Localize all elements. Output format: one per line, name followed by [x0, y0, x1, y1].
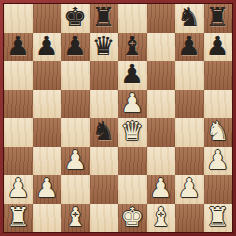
- square-a4[interactable]: [4, 118, 33, 147]
- square-a7[interactable]: ♟: [4, 33, 33, 62]
- square-c1[interactable]: ♝: [61, 204, 90, 233]
- square-f4[interactable]: [147, 118, 176, 147]
- black-pawn[interactable]: ♟: [178, 33, 201, 60]
- black-pawn[interactable]: ♟: [206, 33, 229, 60]
- square-a8[interactable]: [4, 4, 33, 33]
- square-g6[interactable]: [175, 61, 204, 90]
- square-a5[interactable]: [4, 90, 33, 119]
- square-c7[interactable]: ♟: [61, 33, 90, 62]
- chess-board[interactable]: ♚♜♞♜♟♟♟♛♝♟♟♟♟♞♛♞♟♟♟♟♟♟♜♝♚♝♜: [3, 3, 233, 233]
- black-queen[interactable]: ♛: [92, 33, 115, 60]
- white-knight[interactable]: ♞: [206, 118, 229, 145]
- square-f2[interactable]: ♟: [147, 175, 176, 204]
- square-c2[interactable]: [61, 175, 90, 204]
- black-king[interactable]: ♚: [64, 4, 87, 31]
- square-g7[interactable]: ♟: [175, 33, 204, 62]
- square-h4[interactable]: ♞: [204, 118, 233, 147]
- black-pawn[interactable]: ♟: [7, 33, 30, 60]
- black-rook[interactable]: ♜: [92, 4, 115, 31]
- white-rook[interactable]: ♜: [206, 204, 229, 231]
- square-d4[interactable]: ♞: [90, 118, 119, 147]
- white-pawn[interactable]: ♟: [35, 175, 58, 202]
- square-g3[interactable]: [175, 147, 204, 176]
- square-f6[interactable]: [147, 61, 176, 90]
- square-d5[interactable]: [90, 90, 119, 119]
- black-pawn[interactable]: ♟: [35, 33, 58, 60]
- square-e5[interactable]: ♟: [118, 90, 147, 119]
- square-a1[interactable]: ♜: [4, 204, 33, 233]
- white-bishop[interactable]: ♝: [64, 204, 87, 231]
- white-bishop[interactable]: ♝: [149, 204, 172, 231]
- square-f1[interactable]: ♝: [147, 204, 176, 233]
- square-e8[interactable]: [118, 4, 147, 33]
- square-a6[interactable]: [4, 61, 33, 90]
- square-d7[interactable]: ♛: [90, 33, 119, 62]
- square-d8[interactable]: ♜: [90, 4, 119, 33]
- square-c6[interactable]: [61, 61, 90, 90]
- white-queen[interactable]: ♛: [121, 118, 144, 145]
- square-b4[interactable]: [33, 118, 62, 147]
- white-pawn[interactable]: ♟: [121, 90, 144, 117]
- square-e4[interactable]: ♛: [118, 118, 147, 147]
- square-h6[interactable]: [204, 61, 233, 90]
- square-e6[interactable]: ♟: [118, 61, 147, 90]
- square-g4[interactable]: [175, 118, 204, 147]
- square-b7[interactable]: ♟: [33, 33, 62, 62]
- square-g2[interactable]: ♟: [175, 175, 204, 204]
- white-pawn[interactable]: ♟: [178, 175, 201, 202]
- black-pawn[interactable]: ♟: [121, 61, 144, 88]
- square-h3[interactable]: ♟: [204, 147, 233, 176]
- board-frame: ♚♜♞♜♟♟♟♛♝♟♟♟♟♞♛♞♟♟♟♟♟♟♜♝♚♝♜: [0, 0, 236, 236]
- black-knight[interactable]: ♞: [178, 4, 201, 31]
- square-a3[interactable]: [4, 147, 33, 176]
- square-e2[interactable]: [118, 175, 147, 204]
- square-b5[interactable]: [33, 90, 62, 119]
- square-c4[interactable]: [61, 118, 90, 147]
- square-d6[interactable]: [90, 61, 119, 90]
- square-c5[interactable]: [61, 90, 90, 119]
- white-pawn[interactable]: ♟: [7, 175, 30, 202]
- square-h7[interactable]: ♟: [204, 33, 233, 62]
- square-e1[interactable]: ♚: [118, 204, 147, 233]
- chess-diagram: ♚♜♞♜♟♟♟♛♝♟♟♟♟♞♛♞♟♟♟♟♟♟♜♝♚♝♜: [0, 0, 236, 236]
- square-f3[interactable]: [147, 147, 176, 176]
- square-c3[interactable]: ♟: [61, 147, 90, 176]
- square-b1[interactable]: [33, 204, 62, 233]
- square-a2[interactable]: ♟: [4, 175, 33, 204]
- square-b6[interactable]: [33, 61, 62, 90]
- square-h1[interactable]: ♜: [204, 204, 233, 233]
- square-b3[interactable]: [33, 147, 62, 176]
- square-h2[interactable]: [204, 175, 233, 204]
- black-rook[interactable]: ♜: [206, 4, 229, 31]
- square-e7[interactable]: ♝: [118, 33, 147, 62]
- square-b8[interactable]: [33, 4, 62, 33]
- square-g5[interactable]: [175, 90, 204, 119]
- square-f5[interactable]: [147, 90, 176, 119]
- square-d3[interactable]: [90, 147, 119, 176]
- white-pawn[interactable]: ♟: [149, 175, 172, 202]
- square-d2[interactable]: [90, 175, 119, 204]
- square-d1[interactable]: [90, 204, 119, 233]
- square-g8[interactable]: ♞: [175, 4, 204, 33]
- square-f8[interactable]: [147, 4, 176, 33]
- white-rook[interactable]: ♜: [7, 204, 30, 231]
- square-h5[interactable]: [204, 90, 233, 119]
- black-pawn[interactable]: ♟: [64, 33, 87, 60]
- square-b2[interactable]: ♟: [33, 175, 62, 204]
- square-g1[interactable]: [175, 204, 204, 233]
- square-e3[interactable]: [118, 147, 147, 176]
- black-knight[interactable]: ♞: [92, 118, 115, 145]
- black-bishop[interactable]: ♝: [121, 33, 144, 60]
- square-f7[interactable]: [147, 33, 176, 62]
- white-king[interactable]: ♚: [121, 204, 144, 231]
- white-pawn[interactable]: ♟: [206, 147, 229, 174]
- square-h8[interactable]: ♜: [204, 4, 233, 33]
- white-pawn[interactable]: ♟: [64, 147, 87, 174]
- square-c8[interactable]: ♚: [61, 4, 90, 33]
